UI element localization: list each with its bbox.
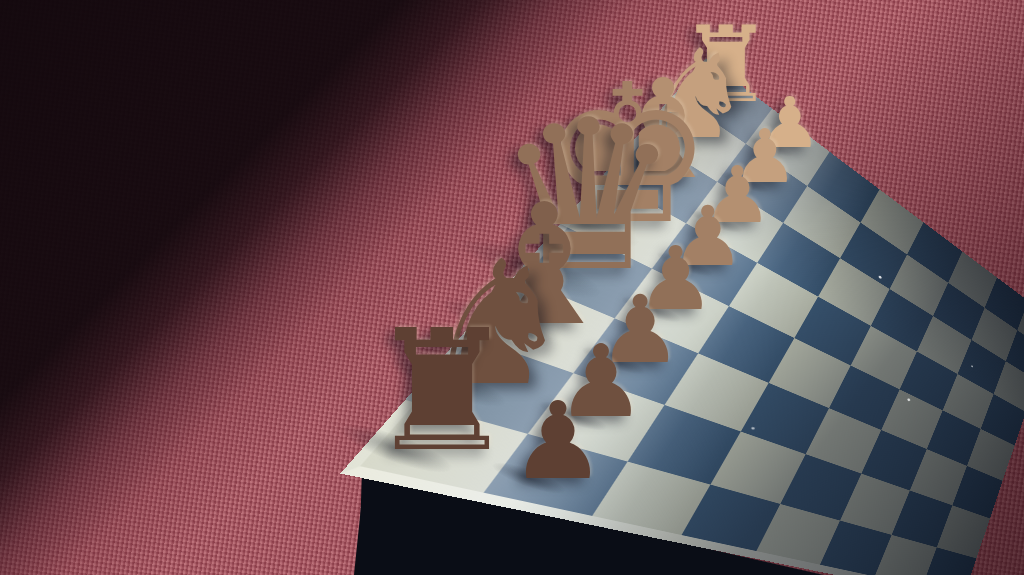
piece-white-pawn-a2: ♟: [510, 388, 606, 495]
photo-scene: ♜♞♝♛♚♝♞♜♟♟♟♟♟♟♟♟: [0, 0, 1024, 575]
piece-white-rook-a1: ♜: [367, 308, 517, 475]
